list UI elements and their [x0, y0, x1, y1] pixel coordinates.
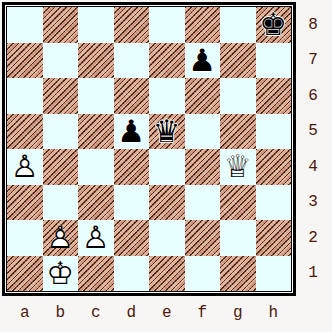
- piece-glyph: ♟: [117, 113, 145, 149]
- square-g1[interactable]: [220, 256, 256, 292]
- square-d3[interactable]: [114, 185, 150, 221]
- square-c5[interactable]: [78, 114, 114, 150]
- square-a1[interactable]: [7, 256, 43, 292]
- file-label-f: f: [185, 302, 221, 324]
- white-king-b1[interactable]: ♚♔: [46, 258, 74, 289]
- piece-glyph: ♟: [188, 42, 216, 78]
- square-g7[interactable]: [220, 43, 256, 79]
- file-label-b: b: [43, 302, 79, 324]
- rank-label-4: 4: [301, 149, 325, 185]
- square-b4[interactable]: [43, 149, 79, 185]
- piece-glyph: ♙: [11, 148, 39, 184]
- square-b6[interactable]: [43, 78, 79, 114]
- square-a7[interactable]: [7, 43, 43, 79]
- file-label-c: c: [78, 302, 114, 324]
- white-pawn-b2[interactable]: ♟♙: [46, 222, 74, 253]
- square-e6[interactable]: [149, 78, 185, 114]
- square-f1[interactable]: [185, 256, 221, 292]
- rank-label-7: 7: [301, 43, 325, 79]
- rank-label-3: 3: [301, 185, 325, 221]
- piece-glyph: ♔: [46, 255, 74, 291]
- square-g5[interactable]: [220, 114, 256, 150]
- square-d7[interactable]: [114, 43, 150, 79]
- file-label-d: d: [114, 302, 150, 324]
- square-g2[interactable]: [220, 220, 256, 256]
- file-label-a: a: [7, 302, 43, 324]
- square-e4[interactable]: [149, 149, 185, 185]
- rank-labels: 87654321: [301, 7, 325, 291]
- square-a3[interactable]: [7, 185, 43, 221]
- square-c4[interactable]: [78, 149, 114, 185]
- square-c3[interactable]: [78, 185, 114, 221]
- piece-glyph: ♛: [153, 113, 181, 149]
- square-h3[interactable]: [256, 185, 292, 221]
- chess-diagram: ♚♟♟♛♟♙♛♕♟♙♟♙♚♔ abcdefgh 87654321: [0, 0, 332, 332]
- square-c6[interactable]: [78, 78, 114, 114]
- file-label-g: g: [220, 302, 256, 324]
- square-f6[interactable]: [185, 78, 221, 114]
- square-a8[interactable]: [7, 7, 43, 43]
- square-f8[interactable]: [185, 7, 221, 43]
- square-e3[interactable]: [149, 185, 185, 221]
- square-c2[interactable]: ♟♙: [78, 220, 114, 256]
- square-a4[interactable]: ♟♙: [7, 149, 43, 185]
- square-b3[interactable]: [43, 185, 79, 221]
- square-h6[interactable]: [256, 78, 292, 114]
- square-e8[interactable]: [149, 7, 185, 43]
- square-e2[interactable]: [149, 220, 185, 256]
- square-a6[interactable]: [7, 78, 43, 114]
- square-f2[interactable]: [185, 220, 221, 256]
- black-pawn-f7[interactable]: ♟: [188, 45, 216, 76]
- square-a2[interactable]: [7, 220, 43, 256]
- square-e5[interactable]: ♛: [149, 114, 185, 150]
- square-d8[interactable]: [114, 7, 150, 43]
- square-b5[interactable]: [43, 114, 79, 150]
- square-h7[interactable]: [256, 43, 292, 79]
- square-h5[interactable]: [256, 114, 292, 150]
- black-king-h8[interactable]: ♚: [259, 9, 287, 40]
- square-c8[interactable]: [78, 7, 114, 43]
- square-d5[interactable]: ♟: [114, 114, 150, 150]
- square-a5[interactable]: [7, 114, 43, 150]
- square-b7[interactable]: [43, 43, 79, 79]
- file-labels: abcdefgh: [7, 302, 291, 324]
- square-g6[interactable]: [220, 78, 256, 114]
- square-d1[interactable]: [114, 256, 150, 292]
- square-h8[interactable]: ♚: [256, 7, 292, 43]
- square-e7[interactable]: [149, 43, 185, 79]
- square-b8[interactable]: [43, 7, 79, 43]
- piece-glyph: ♙: [46, 219, 74, 255]
- square-h2[interactable]: [256, 220, 292, 256]
- board-inner-border: ♚♟♟♛♟♙♛♕♟♙♟♙♚♔: [6, 6, 292, 292]
- square-g8[interactable]: [220, 7, 256, 43]
- square-b2[interactable]: ♟♙: [43, 220, 79, 256]
- black-pawn-d5[interactable]: ♟: [117, 116, 145, 147]
- square-g4[interactable]: ♛♕: [220, 149, 256, 185]
- piece-glyph: ♕: [224, 148, 252, 184]
- square-h4[interactable]: [256, 149, 292, 185]
- file-label-e: e: [149, 302, 185, 324]
- rank-label-1: 1: [301, 256, 325, 292]
- rank-label-5: 5: [301, 114, 325, 150]
- square-f4[interactable]: [185, 149, 221, 185]
- square-h1[interactable]: [256, 256, 292, 292]
- piece-glyph: ♚: [259, 6, 287, 42]
- chess-board: ♚♟♟♛♟♙♛♕♟♙♟♙♚♔: [7, 7, 291, 291]
- white-pawn-a4[interactable]: ♟♙: [11, 151, 39, 182]
- square-f7[interactable]: ♟: [185, 43, 221, 79]
- square-d6[interactable]: [114, 78, 150, 114]
- board-frame: ♚♟♟♛♟♙♛♕♟♙♟♙♚♔: [2, 2, 296, 296]
- file-label-h: h: [256, 302, 292, 324]
- square-d2[interactable]: [114, 220, 150, 256]
- square-d4[interactable]: [114, 149, 150, 185]
- rank-label-2: 2: [301, 220, 325, 256]
- square-f5[interactable]: [185, 114, 221, 150]
- rank-label-8: 8: [301, 7, 325, 43]
- white-pawn-c2[interactable]: ♟♙: [82, 222, 110, 253]
- white-queen-g4[interactable]: ♛♕: [224, 151, 252, 182]
- square-b1[interactable]: ♚♔: [43, 256, 79, 292]
- square-e1[interactable]: [149, 256, 185, 292]
- square-c1[interactable]: [78, 256, 114, 292]
- black-queen-e5[interactable]: ♛: [153, 116, 181, 147]
- square-f3[interactable]: [185, 185, 221, 221]
- rank-label-6: 6: [301, 78, 325, 114]
- square-g3[interactable]: [220, 185, 256, 221]
- piece-glyph: ♙: [82, 219, 110, 255]
- square-c7[interactable]: [78, 43, 114, 79]
